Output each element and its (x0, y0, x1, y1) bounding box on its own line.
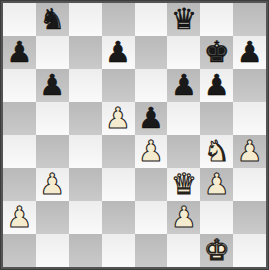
square-d6[interactable] (102, 69, 135, 102)
square-f5[interactable] (167, 102, 200, 135)
square-d1[interactable] (102, 234, 135, 267)
square-a3[interactable] (3, 168, 36, 201)
piece-white-pawn[interactable]: ♟ (237, 135, 263, 168)
piece-black-pawn[interactable]: ♟ (138, 102, 164, 135)
square-g3[interactable]: ♟ (200, 168, 233, 201)
square-b8[interactable]: ♞ (36, 3, 69, 36)
square-h3[interactable] (233, 168, 266, 201)
piece-white-queen[interactable]: ♛ (171, 168, 197, 201)
piece-white-pawn[interactable]: ♟ (39, 168, 65, 201)
square-h4[interactable]: ♟ (233, 135, 266, 168)
square-b1[interactable] (36, 234, 69, 267)
square-e3[interactable] (135, 168, 168, 201)
square-a5[interactable] (3, 102, 36, 135)
piece-black-pawn[interactable]: ♟ (6, 36, 32, 69)
square-e4[interactable]: ♟ (135, 135, 168, 168)
square-b7[interactable] (36, 36, 69, 69)
square-f1[interactable] (167, 234, 200, 267)
piece-white-pawn[interactable]: ♟ (204, 168, 230, 201)
piece-black-pawn[interactable]: ♟ (237, 36, 263, 69)
square-d4[interactable] (102, 135, 135, 168)
piece-black-pawn[interactable]: ♟ (39, 69, 65, 102)
square-h2[interactable] (233, 201, 266, 234)
square-c5[interactable] (69, 102, 102, 135)
square-a7[interactable]: ♟ (3, 36, 36, 69)
square-a8[interactable] (3, 3, 36, 36)
square-h7[interactable]: ♟ (233, 36, 266, 69)
square-g7[interactable]: ♚ (200, 36, 233, 69)
square-a2[interactable]: ♟ (3, 201, 36, 234)
square-b6[interactable]: ♟ (36, 69, 69, 102)
square-e7[interactable] (135, 36, 168, 69)
square-b4[interactable] (36, 135, 69, 168)
piece-white-knight[interactable]: ♞ (204, 135, 230, 168)
piece-white-king[interactable]: ♚ (204, 234, 230, 267)
square-f6[interactable]: ♟ (167, 69, 200, 102)
square-f7[interactable] (167, 36, 200, 69)
square-h5[interactable] (233, 102, 266, 135)
square-d5[interactable]: ♟ (102, 102, 135, 135)
piece-black-queen[interactable]: ♛ (171, 3, 197, 36)
square-g1[interactable]: ♚ (200, 234, 233, 267)
square-h6[interactable] (233, 69, 266, 102)
chess-board: ♞♛♟♟♚♟♟♟♟♟♟♟♞♟♟♛♟♟♟♚ (3, 3, 266, 267)
piece-white-pawn[interactable]: ♟ (6, 201, 32, 234)
piece-black-knight[interactable]: ♞ (39, 3, 65, 36)
piece-white-pawn[interactable]: ♟ (171, 201, 197, 234)
piece-black-pawn[interactable]: ♟ (204, 69, 230, 102)
square-c3[interactable] (69, 168, 102, 201)
chess-board-frame: ♞♛♟♟♚♟♟♟♟♟♟♟♞♟♟♛♟♟♟♚ (0, 0, 269, 270)
square-c4[interactable] (69, 135, 102, 168)
piece-white-pawn[interactable]: ♟ (138, 135, 164, 168)
square-d8[interactable] (102, 3, 135, 36)
piece-black-pawn[interactable]: ♟ (105, 36, 131, 69)
square-e5[interactable]: ♟ (135, 102, 168, 135)
square-c1[interactable] (69, 234, 102, 267)
square-d3[interactable] (102, 168, 135, 201)
square-b5[interactable] (36, 102, 69, 135)
square-e6[interactable] (135, 69, 168, 102)
square-c8[interactable] (69, 3, 102, 36)
square-f4[interactable] (167, 135, 200, 168)
square-b3[interactable]: ♟ (36, 168, 69, 201)
square-c2[interactable] (69, 201, 102, 234)
square-c6[interactable] (69, 69, 102, 102)
square-g4[interactable]: ♞ (200, 135, 233, 168)
square-g8[interactable] (200, 3, 233, 36)
square-d7[interactable]: ♟ (102, 36, 135, 69)
square-g5[interactable] (200, 102, 233, 135)
square-e1[interactable] (135, 234, 168, 267)
square-f8[interactable]: ♛ (167, 3, 200, 36)
square-f2[interactable]: ♟ (167, 201, 200, 234)
square-g6[interactable]: ♟ (200, 69, 233, 102)
piece-black-pawn[interactable]: ♟ (171, 69, 197, 102)
square-c7[interactable] (69, 36, 102, 69)
square-a1[interactable] (3, 234, 36, 267)
square-d2[interactable] (102, 201, 135, 234)
square-g2[interactable] (200, 201, 233, 234)
square-h1[interactable] (233, 234, 266, 267)
square-a6[interactable] (3, 69, 36, 102)
square-h8[interactable] (233, 3, 266, 36)
piece-black-king[interactable]: ♚ (204, 36, 230, 69)
square-e2[interactable] (135, 201, 168, 234)
piece-white-pawn[interactable]: ♟ (105, 102, 131, 135)
square-e8[interactable] (135, 3, 168, 36)
square-f3[interactable]: ♛ (167, 168, 200, 201)
square-a4[interactable] (3, 135, 36, 168)
square-b2[interactable] (36, 201, 69, 234)
